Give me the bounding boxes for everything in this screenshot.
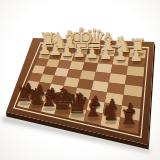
piece-white-pawn-h2[interactable]: ♟: [34, 42, 56, 57]
square-a3[interactable]: [126, 66, 144, 77]
square-c4[interactable]: [94, 72, 111, 83]
square-e4[interactable]: [67, 69, 83, 79]
square-e3[interactable]: [69, 61, 84, 70]
square-c3[interactable]: [96, 63, 112, 73]
chess-set-photo: ♜♞♝♛♚♝♞♜♟♟♟♟♟♟♟♟♟♟♟♟♟♟♟♟♜♞♝♛♚♝♞♜ Standar…: [0, 0, 160, 160]
square-b3[interactable]: [111, 65, 128, 75]
square-d4[interactable]: [80, 70, 96, 80]
piece-black-rook-h8[interactable]: ♜: [10, 85, 39, 105]
square-d3[interactable]: [82, 62, 98, 72]
